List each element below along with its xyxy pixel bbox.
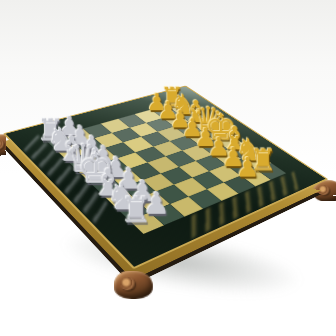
piece-black-pawn: ♟ [236,156,260,181]
board-squares: ♜♞♝♛♚♝♞♜♟♟♟♟♟♟♟♟♟♟♟♟♟♟♟♟♜♞♝♛♚♝♞♜ [45,101,286,234]
product-photo-chess-set: ♜♞♝♛♚♝♞♜♟♟♟♟♟♟♟♟♟♟♟♟♟♟♟♟♜♞♝♛♚♝♞♜ [0,0,336,336]
board-border-frame: ♜♞♝♛♚♝♞♜♟♟♟♟♟♟♟♟♟♟♟♟♟♟♟♟♜♞♝♛♚♝♞♜ [3,85,329,269]
bronze-foot-near [114,271,153,300]
chess-board: ♜♞♝♛♚♝♞♜♟♟♟♟♟♟♟♟♟♟♟♟♟♟♟♟♜♞♝♛♚♝♞♜ [3,85,329,269]
piece-white-rook: ♜ [120,194,152,227]
